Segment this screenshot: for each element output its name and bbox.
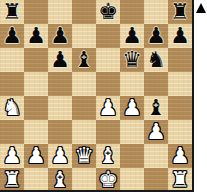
square-e2[interactable]: ♝ [96,144,120,168]
square-c6[interactable]: ♟ [48,48,72,72]
square-h4[interactable] [168,96,192,120]
square-g6[interactable]: ♞ [144,48,168,72]
square-d2[interactable]: ♛ [72,144,96,168]
square-e5[interactable] [96,72,120,96]
black-pawn: ♟ [122,24,142,48]
square-c2[interactable]: ♟ [48,144,72,168]
side-margin [192,0,207,192]
square-h5[interactable] [168,72,192,96]
square-f3[interactable] [120,120,144,144]
white-pawn: ♟ [26,144,46,168]
square-h1[interactable]: ♜ [168,168,192,192]
black-pawn: ♟ [50,24,70,48]
white-rook: ♜ [2,168,22,192]
chess-board: ♜♚♜♟♟♟♟♟♟♟♝♛♞♞♟♟♝♟♟♟♟♛♝♟♜♝♚♜ [0,0,192,192]
square-f1[interactable] [120,168,144,192]
black-bishop: ♝ [146,96,166,120]
square-b1[interactable] [24,168,48,192]
black-pawn: ♟ [50,48,70,72]
white-rook: ♜ [170,168,190,192]
square-c1[interactable]: ♝ [48,168,72,192]
square-h8[interactable]: ♜ [168,0,192,24]
square-f2[interactable] [120,144,144,168]
white-king: ♚ [98,168,118,192]
square-h3[interactable] [168,120,192,144]
square-b8[interactable] [24,0,48,24]
square-c8[interactable] [48,0,72,24]
square-b2[interactable]: ♟ [24,144,48,168]
square-d1[interactable] [72,168,96,192]
white-pawn: ♟ [50,144,70,168]
black-pawn: ♟ [146,24,166,48]
white-bishop: ♝ [50,168,70,192]
square-e1[interactable]: ♚ [96,168,120,192]
black-rook: ♜ [2,0,22,24]
white-knight: ♞ [2,96,22,120]
square-e7[interactable] [96,24,120,48]
square-g4[interactable]: ♝ [144,96,168,120]
square-b4[interactable] [24,96,48,120]
white-bishop: ♝ [98,144,118,168]
black-pawn: ♟ [2,24,22,48]
white-pawn: ♟ [170,144,190,168]
square-h2[interactable]: ♟ [168,144,192,168]
black-pawn: ♟ [170,24,190,48]
white-pawn: ♟ [98,96,118,120]
square-d4[interactable] [72,96,96,120]
square-c5[interactable] [48,72,72,96]
white-pawn: ♟ [122,96,142,120]
square-a4[interactable]: ♞ [0,96,24,120]
square-e4[interactable]: ♟ [96,96,120,120]
square-g3[interactable]: ♟ [144,120,168,144]
square-c3[interactable] [48,120,72,144]
black-pawn: ♟ [26,24,46,48]
square-f4[interactable]: ♟ [120,96,144,120]
square-b6[interactable] [24,48,48,72]
white-queen: ♛ [74,144,94,168]
square-h7[interactable]: ♟ [168,24,192,48]
square-c4[interactable] [48,96,72,120]
square-a1[interactable]: ♜ [0,168,24,192]
square-h6[interactable] [168,48,192,72]
black-bishop: ♝ [74,48,94,72]
square-a5[interactable] [0,72,24,96]
black-to-move-indicator-icon [196,3,206,13]
square-f8[interactable] [120,0,144,24]
square-a8[interactable]: ♜ [0,0,24,24]
square-d7[interactable] [72,24,96,48]
square-f5[interactable] [120,72,144,96]
square-a2[interactable]: ♟ [0,144,24,168]
square-g7[interactable]: ♟ [144,24,168,48]
square-c7[interactable]: ♟ [48,24,72,48]
square-b5[interactable] [24,72,48,96]
black-queen: ♛ [122,48,142,72]
square-a7[interactable]: ♟ [0,24,24,48]
square-d6[interactable]: ♝ [72,48,96,72]
black-king: ♚ [98,0,118,24]
square-e3[interactable] [96,120,120,144]
square-b7[interactable]: ♟ [24,24,48,48]
square-g5[interactable] [144,72,168,96]
square-a6[interactable] [0,48,24,72]
chess-diagram: ♜♚♜♟♟♟♟♟♟♟♝♛♞♞♟♟♝♟♟♟♟♛♝♟♜♝♚♜ [0,0,207,192]
square-f6[interactable]: ♛ [120,48,144,72]
square-g8[interactable] [144,0,168,24]
white-pawn: ♟ [2,144,22,168]
square-d8[interactable] [72,0,96,24]
black-knight: ♞ [146,48,166,72]
square-a3[interactable] [0,120,24,144]
square-g2[interactable] [144,144,168,168]
square-f7[interactable]: ♟ [120,24,144,48]
square-b3[interactable] [24,120,48,144]
square-d3[interactable] [72,120,96,144]
white-pawn: ♟ [146,120,166,144]
square-g1[interactable] [144,168,168,192]
black-rook: ♜ [170,0,190,24]
square-d5[interactable] [72,72,96,96]
square-e6[interactable] [96,48,120,72]
square-e8[interactable]: ♚ [96,0,120,24]
